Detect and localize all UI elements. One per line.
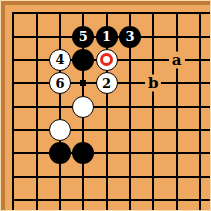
- grid-line-vertical: [36, 12, 38, 211]
- grid-line-horizontal: [12, 199, 211, 201]
- black-stone-move-1: 1: [96, 26, 118, 48]
- grid-line-horizontal: [12, 129, 211, 131]
- go-board-diagram: ab513462: [0, 0, 211, 211]
- white-stone: [72, 96, 94, 118]
- black-stone-move-3: 3: [119, 26, 141, 48]
- grid-line-vertical: [199, 12, 201, 211]
- white-stone: [49, 119, 71, 141]
- grid-line-vertical: [12, 12, 14, 211]
- white-stone-marked: [96, 49, 118, 71]
- grid-line-horizontal: [12, 12, 211, 14]
- point-label-a: a: [169, 51, 185, 68]
- grid-line-vertical: [152, 12, 154, 211]
- board-frame-left-edge: [1, 1, 5, 210]
- board-frame-top-edge: [1, 1, 210, 5]
- red-circle-marker-icon: [100, 53, 113, 66]
- black-stone: [49, 142, 71, 164]
- black-stone: [72, 142, 94, 164]
- white-stone-move-4: 4: [49, 49, 71, 71]
- grid-line-vertical: [59, 12, 61, 211]
- point-label-b: b: [145, 75, 161, 92]
- grid-line-horizontal: [12, 106, 211, 108]
- white-stone-move-6: 6: [49, 72, 71, 94]
- black-stone: [72, 49, 94, 71]
- grid-line-horizontal: [12, 176, 211, 178]
- star-point: [80, 80, 86, 86]
- white-stone-move-2: 2: [96, 72, 118, 94]
- black-stone-move-5: 5: [72, 26, 94, 48]
- grid-line-vertical: [176, 12, 178, 211]
- grid-line-horizontal: [12, 152, 211, 154]
